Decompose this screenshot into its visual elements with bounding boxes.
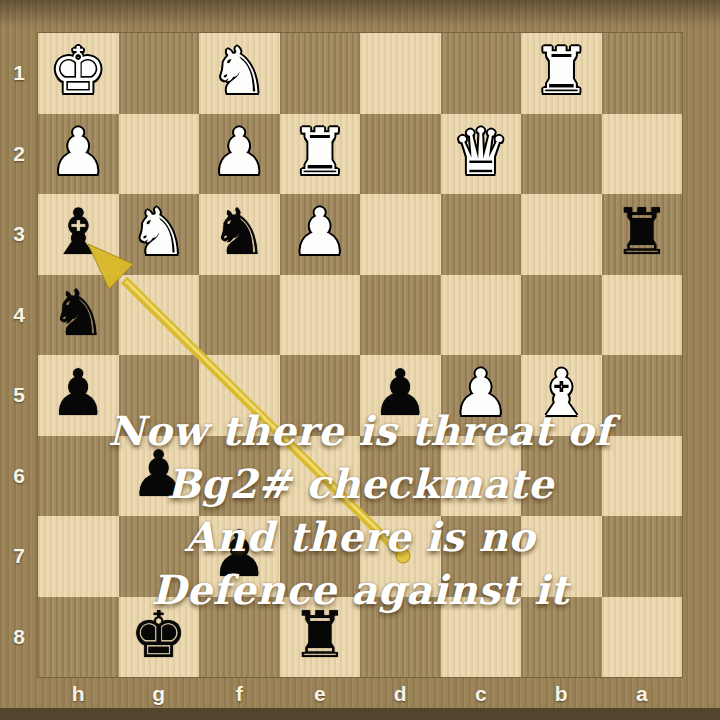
square-f2[interactable]: ♟ <box>199 114 280 195</box>
piece-white-rook-e2: ♜ <box>291 120 348 184</box>
rank-label-1: 1 <box>0 33 38 114</box>
square-d4[interactable] <box>360 275 441 356</box>
piece-black-rook-a3: ♜ <box>613 200 670 264</box>
piece-black-king-g8: ♚ <box>130 603 187 667</box>
square-e1[interactable] <box>280 33 361 114</box>
piece-black-pawn-f7: ♟ <box>211 522 268 586</box>
square-g8[interactable]: ♚ <box>119 597 200 678</box>
square-c8[interactable] <box>441 597 522 678</box>
square-c6[interactable] <box>441 436 522 517</box>
square-f8[interactable] <box>199 597 280 678</box>
file-label-c: c <box>441 677 522 711</box>
square-h6[interactable] <box>38 436 119 517</box>
square-a1[interactable] <box>602 33 683 114</box>
square-b6[interactable] <box>521 436 602 517</box>
piece-white-pawn-f2: ♟ <box>211 120 268 184</box>
piece-white-queen-c2: ♛ <box>452 120 509 184</box>
square-a5[interactable] <box>602 355 683 436</box>
square-a7[interactable] <box>602 516 683 597</box>
square-f4[interactable] <box>199 275 280 356</box>
rank-label-3: 3 <box>0 194 38 275</box>
piece-black-pawn-g6: ♟ <box>130 442 187 506</box>
square-b5[interactable]: ♝ <box>521 355 602 436</box>
file-label-e: e <box>280 677 361 711</box>
file-label-g: g <box>119 677 200 711</box>
square-c3[interactable] <box>441 194 522 275</box>
piece-white-rook-b1: ♜ <box>533 39 590 103</box>
square-c7[interactable] <box>441 516 522 597</box>
piece-black-pawn-d5: ♟ <box>372 361 429 425</box>
square-f3[interactable]: ♞ <box>199 194 280 275</box>
piece-black-pawn-h5: ♟ <box>50 361 107 425</box>
square-b8[interactable] <box>521 597 602 678</box>
square-h1[interactable]: ♚ <box>38 33 119 114</box>
square-h4[interactable]: ♞ <box>38 275 119 356</box>
square-c1[interactable] <box>441 33 522 114</box>
square-g4[interactable] <box>119 275 200 356</box>
chess-board: ♚♞♜♟♟♜♛♝♞♞♟♜♞♟♟♟♝♟♟♚♜ <box>38 33 682 677</box>
square-g5[interactable] <box>119 355 200 436</box>
square-c5[interactable]: ♟ <box>441 355 522 436</box>
square-e2[interactable]: ♜ <box>280 114 361 195</box>
piece-black-bishop-h3: ♝ <box>50 200 107 264</box>
rank-label-8: 8 <box>0 597 38 678</box>
square-e6[interactable] <box>280 436 361 517</box>
square-b1[interactable]: ♜ <box>521 33 602 114</box>
square-g2[interactable] <box>119 114 200 195</box>
rank-label-2: 2 <box>0 114 38 195</box>
file-label-b: b <box>521 677 602 711</box>
rank-label-5: 5 <box>0 355 38 436</box>
square-e8[interactable]: ♜ <box>280 597 361 678</box>
square-f1[interactable]: ♞ <box>199 33 280 114</box>
square-f5[interactable] <box>199 355 280 436</box>
square-h8[interactable] <box>38 597 119 678</box>
square-d7[interactable] <box>360 516 441 597</box>
square-f6[interactable] <box>199 436 280 517</box>
file-label-a: a <box>602 677 683 711</box>
file-label-h: h <box>38 677 119 711</box>
square-d8[interactable] <box>360 597 441 678</box>
square-b4[interactable] <box>521 275 602 356</box>
square-a2[interactable] <box>602 114 683 195</box>
square-a6[interactable] <box>602 436 683 517</box>
rank-label-4: 4 <box>0 275 38 356</box>
piece-white-pawn-e3: ♟ <box>291 200 348 264</box>
square-c2[interactable]: ♛ <box>441 114 522 195</box>
square-b7[interactable] <box>521 516 602 597</box>
square-c4[interactable] <box>441 275 522 356</box>
square-h2[interactable]: ♟ <box>38 114 119 195</box>
square-d1[interactable] <box>360 33 441 114</box>
piece-white-pawn-c5: ♟ <box>452 361 509 425</box>
square-a8[interactable] <box>602 597 683 678</box>
chess-lesson-screenshot: 12345678 ♚♞♜♟♟♜♛♝♞♞♟♜♞♟♟♟♝♟♟♚♜ hgfedcba … <box>0 0 720 720</box>
piece-white-bishop-b5: ♝ <box>533 361 590 425</box>
square-d3[interactable] <box>360 194 441 275</box>
piece-white-knight-g3: ♞ <box>130 200 187 264</box>
piece-black-knight-h4: ♞ <box>50 281 107 345</box>
square-e7[interactable] <box>280 516 361 597</box>
square-b2[interactable] <box>521 114 602 195</box>
square-h7[interactable] <box>38 516 119 597</box>
rank-labels: 12345678 <box>0 33 38 677</box>
piece-black-rook-e8: ♜ <box>291 603 348 667</box>
square-b3[interactable] <box>521 194 602 275</box>
square-e4[interactable] <box>280 275 361 356</box>
file-label-d: d <box>360 677 441 711</box>
rank-label-7: 7 <box>0 516 38 597</box>
piece-white-king-h1: ♚ <box>50 39 107 103</box>
square-e3[interactable]: ♟ <box>280 194 361 275</box>
piece-white-knight-f1: ♞ <box>211 39 268 103</box>
rank-label-6: 6 <box>0 436 38 517</box>
square-h3[interactable]: ♝ <box>38 194 119 275</box>
file-labels: hgfedcba <box>38 677 682 711</box>
square-a4[interactable] <box>602 275 683 356</box>
file-label-f: f <box>199 677 280 711</box>
square-d5[interactable]: ♟ <box>360 355 441 436</box>
square-g1[interactable] <box>119 33 200 114</box>
square-h5[interactable]: ♟ <box>38 355 119 436</box>
square-f7[interactable]: ♟ <box>199 516 280 597</box>
piece-black-knight-f3: ♞ <box>211 200 268 264</box>
square-d6[interactable] <box>360 436 441 517</box>
square-a3[interactable]: ♜ <box>602 194 683 275</box>
square-g6[interactable]: ♟ <box>119 436 200 517</box>
square-g3[interactable]: ♞ <box>119 194 200 275</box>
piece-white-pawn-h2: ♟ <box>50 120 107 184</box>
square-e5[interactable] <box>280 355 361 436</box>
square-g7[interactable] <box>119 516 200 597</box>
square-d2[interactable] <box>360 114 441 195</box>
